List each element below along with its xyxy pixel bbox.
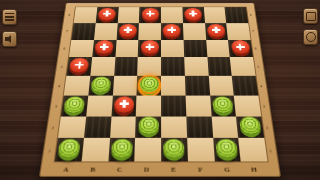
fullscreen-button[interactable] <box>303 8 318 24</box>
square-e2[interactable] <box>161 116 187 138</box>
square-d3[interactable] <box>136 95 161 116</box>
cross-icon <box>212 29 221 31</box>
red-piece-a5[interactable] <box>69 58 89 73</box>
green-piece-d4[interactable] <box>139 76 158 92</box>
sound-button[interactable] <box>2 31 17 47</box>
square-f2[interactable] <box>186 116 213 138</box>
rank-label-right-4: 4 <box>255 76 268 96</box>
red-piece-d8[interactable] <box>141 8 158 21</box>
rank-label-right-1: 1 <box>263 139 277 163</box>
square-c6[interactable] <box>115 40 139 58</box>
square-f8[interactable] <box>182 7 204 23</box>
square-b6[interactable] <box>92 40 116 58</box>
file-label-h: H <box>240 162 268 175</box>
green-piece-g3[interactable] <box>212 96 233 113</box>
square-b2[interactable] <box>84 116 111 138</box>
cross-icon <box>103 13 111 15</box>
rank-label-right-2: 2 <box>260 117 274 139</box>
square-g1[interactable] <box>213 138 241 161</box>
square-b1[interactable] <box>81 138 109 161</box>
square-c7[interactable] <box>116 23 139 40</box>
rank-label-right-8: 8 <box>245 7 256 23</box>
square-g7[interactable] <box>205 23 229 40</box>
green-piece-b4[interactable] <box>91 76 111 92</box>
cross-icon <box>189 13 197 15</box>
square-b5[interactable] <box>90 57 115 76</box>
undo-button[interactable] <box>303 29 318 45</box>
file-label-c: C <box>106 162 134 175</box>
square-e6[interactable] <box>161 40 184 58</box>
square-f1[interactable] <box>187 138 214 161</box>
square-a4[interactable] <box>64 76 90 96</box>
file-label-d: D <box>133 162 160 175</box>
square-g8[interactable] <box>203 7 226 23</box>
green-piece-a3[interactable] <box>64 96 86 113</box>
green-piece-h2[interactable] <box>239 117 261 135</box>
green-piece-a1[interactable] <box>58 139 81 158</box>
menu-icon <box>5 13 14 21</box>
red-piece-c7[interactable] <box>119 24 137 37</box>
square-e5[interactable] <box>161 57 185 76</box>
file-label-f: F <box>187 162 215 175</box>
rank-label-right-6: 6 <box>250 39 262 57</box>
rank-label-right-3: 3 <box>257 96 270 117</box>
cross-icon <box>100 46 109 48</box>
square-d4[interactable] <box>137 76 161 96</box>
green-piece-g1[interactable] <box>215 139 238 158</box>
square-g5[interactable] <box>207 57 232 76</box>
red-piece-d6[interactable] <box>140 40 158 54</box>
square-a6[interactable] <box>69 40 94 58</box>
red-piece-b8[interactable] <box>98 8 116 21</box>
square-a7[interactable] <box>71 23 95 40</box>
red-piece-f8[interactable] <box>184 8 202 21</box>
square-f7[interactable] <box>183 23 206 40</box>
square-f5[interactable] <box>184 57 208 76</box>
cross-icon <box>146 13 154 15</box>
square-d5[interactable] <box>137 57 161 76</box>
undo-icon <box>306 32 316 42</box>
rank-label-right-5: 5 <box>252 57 265 76</box>
file-labels: ABCDEFGH <box>52 162 269 175</box>
file-label-b: B <box>79 162 107 175</box>
square-b7[interactable] <box>94 23 118 40</box>
board-frame: ABCDEFGH 87654321 87654321 <box>39 3 281 177</box>
square-f4[interactable] <box>185 76 210 96</box>
file-label-g: G <box>213 162 241 175</box>
square-a1[interactable] <box>55 138 84 161</box>
speaker-icon <box>5 35 15 44</box>
square-e3[interactable] <box>161 95 186 116</box>
green-piece-c1[interactable] <box>111 139 133 158</box>
square-a2[interactable] <box>58 116 86 138</box>
red-piece-g7[interactable] <box>207 24 226 37</box>
square-e4[interactable] <box>161 76 185 96</box>
green-piece-d2[interactable] <box>138 117 159 135</box>
file-label-e: E <box>160 162 187 175</box>
cross-icon <box>145 46 154 48</box>
square-f3[interactable] <box>185 95 211 116</box>
square-c3[interactable] <box>111 95 137 116</box>
square-c2[interactable] <box>110 116 137 138</box>
red-piece-e7[interactable] <box>163 24 181 37</box>
cross-icon <box>124 29 132 31</box>
square-e8[interactable] <box>161 7 183 23</box>
square-b8[interactable] <box>95 7 118 23</box>
square-d8[interactable] <box>139 7 161 23</box>
square-d6[interactable] <box>138 40 161 58</box>
square-g4[interactable] <box>208 76 234 96</box>
cross-icon <box>236 46 245 48</box>
square-b3[interactable] <box>86 95 112 116</box>
square-a8[interactable] <box>74 7 97 23</box>
square-g3[interactable] <box>210 95 236 116</box>
square-g6[interactable] <box>206 40 230 58</box>
square-f6[interactable] <box>183 40 207 58</box>
square-b4[interactable] <box>88 76 114 96</box>
red-piece-h6[interactable] <box>230 40 250 54</box>
fullscreen-icon <box>306 12 316 21</box>
file-label-a: A <box>52 162 80 175</box>
square-e1[interactable] <box>161 138 188 161</box>
red-piece-c3[interactable] <box>114 96 135 113</box>
square-c5[interactable] <box>114 57 138 76</box>
square-c1[interactable] <box>108 138 135 161</box>
cross-icon <box>168 29 176 31</box>
board-grid <box>53 7 268 163</box>
square-a3[interactable] <box>61 95 88 116</box>
square-g2[interactable] <box>211 116 238 138</box>
square-d7[interactable] <box>139 23 161 40</box>
red-piece-b6[interactable] <box>95 40 114 54</box>
cross-icon <box>75 64 84 66</box>
menu-button[interactable] <box>2 9 17 25</box>
square-c4[interactable] <box>112 76 137 96</box>
square-d2[interactable] <box>135 116 161 138</box>
rank-label-right-7: 7 <box>247 23 259 40</box>
green-piece-e1[interactable] <box>164 139 185 158</box>
square-d1[interactable] <box>135 138 162 161</box>
square-a5[interactable] <box>66 57 92 76</box>
square-e7[interactable] <box>161 23 183 40</box>
square-c8[interactable] <box>117 7 139 23</box>
cross-icon <box>119 103 128 105</box>
